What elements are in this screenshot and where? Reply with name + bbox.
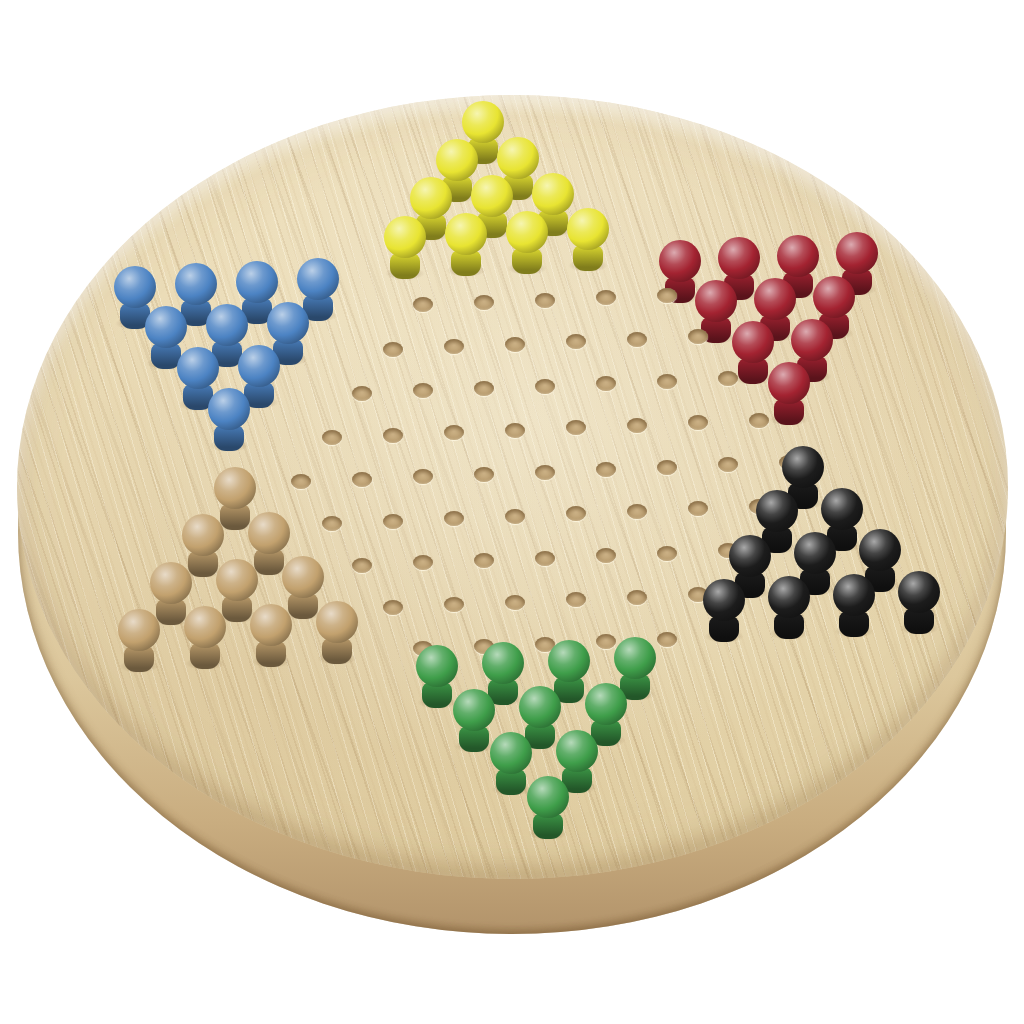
hole[interactable] [657, 288, 677, 303]
peg-black[interactable] [768, 576, 810, 640]
peg-head [238, 345, 280, 387]
peg-head [548, 640, 590, 682]
peg-head [248, 512, 290, 554]
hole[interactable] [596, 376, 616, 391]
peg-black[interactable] [833, 574, 875, 638]
hole[interactable] [413, 555, 433, 570]
hole[interactable] [596, 634, 616, 649]
peg-head [236, 261, 278, 303]
peg-head [768, 362, 810, 404]
hole[interactable] [718, 457, 738, 472]
peg-head [782, 446, 824, 488]
hole[interactable] [474, 467, 494, 482]
peg-head [118, 609, 160, 651]
hole[interactable] [444, 425, 464, 440]
hole[interactable] [444, 339, 464, 354]
peg-head [556, 730, 598, 772]
peg-head [282, 556, 324, 598]
hole[interactable] [505, 337, 525, 352]
hole[interactable] [474, 553, 494, 568]
hole[interactable] [474, 381, 494, 396]
hole[interactable] [749, 413, 769, 428]
peg-head [754, 278, 796, 320]
peg-head [718, 237, 760, 279]
peg-yellow[interactable] [445, 213, 487, 277]
hole[interactable] [657, 632, 677, 647]
peg-green[interactable] [416, 645, 458, 709]
peg-head [768, 576, 810, 618]
hole[interactable] [352, 558, 372, 573]
peg-head [177, 347, 219, 389]
peg-head [794, 532, 836, 574]
peg-yellow[interactable] [567, 208, 609, 272]
hole[interactable] [291, 474, 311, 489]
peg-head [585, 683, 627, 725]
playfield [0, 0, 1024, 1024]
hole[interactable] [322, 516, 342, 531]
peg-head [150, 562, 192, 604]
peg-head [898, 571, 940, 613]
peg-head [527, 776, 569, 818]
peg-green[interactable] [527, 776, 569, 840]
hole[interactable] [566, 334, 586, 349]
peg-head [703, 579, 745, 621]
peg-head [813, 276, 855, 318]
peg-green[interactable] [453, 689, 495, 753]
hole[interactable] [413, 297, 433, 312]
peg-head [777, 235, 819, 277]
peg-head [182, 514, 224, 556]
peg-head [614, 637, 656, 679]
peg-head [214, 467, 256, 509]
peg-natural[interactable] [184, 606, 226, 670]
peg-head [184, 606, 226, 648]
peg-natural[interactable] [316, 601, 358, 665]
hole[interactable] [566, 506, 586, 521]
peg-head [206, 304, 248, 346]
peg-natural[interactable] [118, 609, 160, 673]
hole[interactable] [535, 465, 555, 480]
peg-head [695, 280, 737, 322]
hole[interactable] [657, 374, 677, 389]
peg-head [821, 488, 863, 530]
hole[interactable] [444, 511, 464, 526]
hole[interactable] [322, 430, 342, 445]
hole[interactable] [505, 595, 525, 610]
chinese-checkers-product-photo [0, 0, 1024, 1024]
peg-head [519, 686, 561, 728]
hole[interactable] [657, 546, 677, 561]
hole[interactable] [627, 332, 647, 347]
peg-head [208, 388, 250, 430]
peg-head [250, 604, 292, 646]
peg-green[interactable] [490, 732, 532, 796]
hole[interactable] [596, 290, 616, 305]
peg-head [490, 732, 532, 774]
peg-blue[interactable] [208, 388, 250, 452]
hole[interactable] [413, 383, 433, 398]
peg-head [859, 529, 901, 571]
peg-red[interactable] [768, 362, 810, 426]
hole[interactable] [505, 509, 525, 524]
hole[interactable] [383, 600, 403, 615]
hole[interactable] [474, 295, 494, 310]
peg-head [445, 213, 487, 255]
peg-yellow[interactable] [384, 216, 426, 280]
peg-head [567, 208, 609, 250]
peg-black[interactable] [703, 579, 745, 643]
peg-head [756, 490, 798, 532]
peg-head [416, 645, 458, 687]
hole[interactable] [596, 548, 616, 563]
hole[interactable] [535, 293, 555, 308]
peg-head [506, 211, 548, 253]
hole[interactable] [535, 551, 555, 566]
hole[interactable] [627, 590, 647, 605]
peg-head [316, 601, 358, 643]
hole[interactable] [566, 592, 586, 607]
peg-head [729, 535, 771, 577]
peg-head [297, 258, 339, 300]
peg-head [175, 263, 217, 305]
peg-natural[interactable] [250, 604, 292, 668]
hole[interactable] [444, 597, 464, 612]
peg-head [836, 232, 878, 274]
hole[interactable] [505, 423, 525, 438]
peg-head [791, 319, 833, 361]
hole[interactable] [383, 428, 403, 443]
peg-head [453, 689, 495, 731]
peg-head [482, 642, 524, 684]
hole[interactable] [413, 469, 433, 484]
hole[interactable] [627, 504, 647, 519]
hole[interactable] [383, 342, 403, 357]
hole[interactable] [596, 462, 616, 477]
hole[interactable] [688, 501, 708, 516]
peg-head [216, 559, 258, 601]
peg-head [732, 321, 774, 363]
peg-head [267, 302, 309, 344]
peg-black[interactable] [898, 571, 940, 635]
hole[interactable] [688, 329, 708, 344]
peg-head [114, 266, 156, 308]
hole[interactable] [688, 415, 708, 430]
peg-head [145, 306, 187, 348]
peg-head [833, 574, 875, 616]
peg-yellow[interactable] [506, 211, 548, 275]
peg-head [384, 216, 426, 258]
hole[interactable] [352, 386, 372, 401]
hole[interactable] [352, 472, 372, 487]
hole[interactable] [627, 418, 647, 433]
hole[interactable] [566, 420, 586, 435]
hole[interactable] [383, 514, 403, 529]
peg-head [659, 240, 701, 282]
hole[interactable] [535, 379, 555, 394]
hole[interactable] [657, 460, 677, 475]
